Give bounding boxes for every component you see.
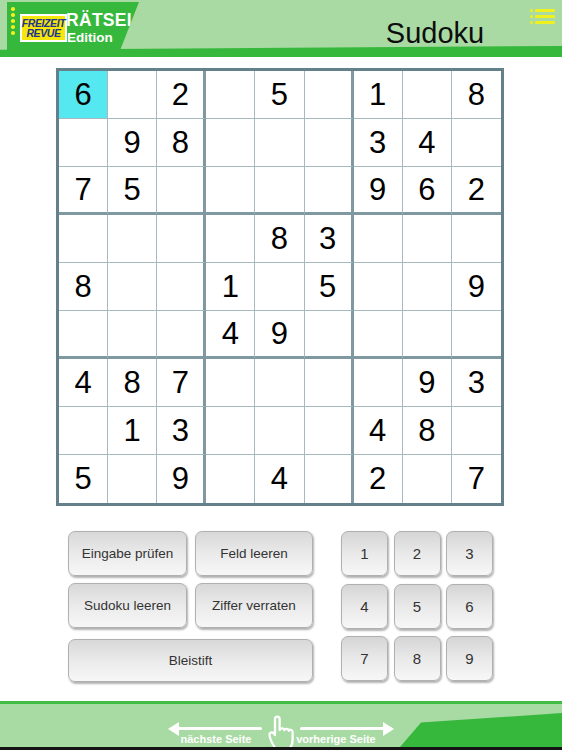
sudoku-board: 625189834759628381594948793134859427: [56, 68, 504, 506]
sudoku-cell-r3c3[interactable]: [157, 167, 206, 215]
sudoku-cell-r1c1[interactable]: 6: [59, 71, 108, 119]
check-input-button[interactable]: Eingabe prüfen: [68, 531, 187, 576]
pencil-button[interactable]: Bleistift: [68, 639, 313, 682]
sudoku-cell-r1c4[interactable]: [206, 71, 255, 119]
sudoku-cell-r8c5[interactable]: [255, 407, 304, 455]
sudoku-cell-r6c7[interactable]: [354, 311, 403, 359]
publisher-name-line2: REVUE: [26, 28, 60, 38]
sudoku-cell-r3c1[interactable]: 7: [59, 167, 108, 215]
sudoku-cell-r2c3[interactable]: 8: [157, 119, 206, 167]
page-title: Sudoku: [305, 17, 562, 50]
sudoku-cell-r4c6[interactable]: 3: [305, 215, 354, 263]
sudoku-cell-r7c3[interactable]: 7: [157, 359, 206, 407]
sudoku-cell-r5c9[interactable]: 9: [452, 263, 501, 311]
sudoku-cell-r5c1[interactable]: 8: [59, 263, 108, 311]
sudoku-cell-r1c5[interactable]: 5: [255, 71, 304, 119]
sudoku-cell-r1c7[interactable]: 1: [354, 71, 403, 119]
header-bar: FREIZEIT REVUE RÄTSEL Edition Sudoku: [0, 0, 562, 57]
sudoku-cell-r6c3[interactable]: [157, 311, 206, 359]
sudoku-cell-r2c7[interactable]: 3: [354, 119, 403, 167]
numpad-key-2[interactable]: 2: [394, 531, 441, 576]
sudoku-cell-r4c8[interactable]: [403, 215, 452, 263]
banner-dots-icon: [11, 7, 15, 35]
sudoku-cell-r8c1[interactable]: [59, 407, 108, 455]
sudoku-cell-r5c5[interactable]: [255, 263, 304, 311]
sudoku-cell-r4c4[interactable]: [206, 215, 255, 263]
sudoku-cell-r4c7[interactable]: [354, 215, 403, 263]
sudoku-cell-r9c1[interactable]: 5: [59, 455, 108, 503]
publisher-logo: FREIZEIT REVUE: [20, 14, 67, 42]
sudoku-cell-r2c6[interactable]: [305, 119, 354, 167]
prev-page-label[interactable]: vorherige Seite: [286, 733, 386, 745]
sudoku-cell-r3c4[interactable]: [206, 167, 255, 215]
sudoku-cell-r3c8[interactable]: 6: [403, 167, 452, 215]
numpad-key-1[interactable]: 1: [341, 531, 388, 576]
sudoku-cell-r3c9[interactable]: 2: [452, 167, 501, 215]
sudoku-cell-r4c3[interactable]: [157, 215, 206, 263]
sudoku-cell-r3c6[interactable]: [305, 167, 354, 215]
sudoku-cell-r6c8[interactable]: [403, 311, 452, 359]
sudoku-cell-r1c8[interactable]: [403, 71, 452, 119]
sudoku-cell-r7c8[interactable]: 9: [403, 359, 452, 407]
sudoku-cell-r5c3[interactable]: [157, 263, 206, 311]
hamburger-menu-icon[interactable]: [530, 9, 555, 24]
sudoku-cell-r7c4[interactable]: [206, 359, 255, 407]
sudoku-cell-r4c5[interactable]: 8: [255, 215, 304, 263]
sudoku-cell-r2c5[interactable]: [255, 119, 304, 167]
sudoku-cell-r7c9[interactable]: 3: [452, 359, 501, 407]
clear-sudoku-button[interactable]: Sudoku leeren: [68, 583, 187, 628]
sudoku-cell-r8c7[interactable]: 4: [354, 407, 403, 455]
sudoku-cell-r2c1[interactable]: [59, 119, 108, 167]
sudoku-cell-r8c4[interactable]: [206, 407, 255, 455]
numpad-key-5[interactable]: 5: [394, 584, 441, 629]
numpad-key-6[interactable]: 6: [446, 584, 493, 629]
sudoku-cell-r5c6[interactable]: 5: [305, 263, 354, 311]
sudoku-cell-r6c1[interactable]: [59, 311, 108, 359]
footer-accent-shape: [400, 713, 562, 747]
sudoku-cell-r9c8[interactable]: [403, 455, 452, 503]
numpad-key-3[interactable]: 3: [446, 531, 493, 576]
clear-cell-button[interactable]: Feld leeren: [195, 531, 313, 576]
numpad-key-4[interactable]: 4: [341, 584, 388, 629]
sudoku-cell-r1c9[interactable]: 8: [452, 71, 501, 119]
sudoku-cell-r5c8[interactable]: [403, 263, 452, 311]
number-pad: 123456789: [341, 531, 493, 681]
sudoku-cell-r7c2[interactable]: 8: [108, 359, 157, 407]
next-page-label[interactable]: nächste Seite: [166, 733, 266, 745]
sudoku-cell-r6c2[interactable]: [108, 311, 157, 359]
swipe-hand-icon: [262, 711, 300, 750]
right-arrow-icon[interactable]: [300, 727, 392, 730]
sudoku-cell-r7c1[interactable]: 4: [59, 359, 108, 407]
left-arrow-icon[interactable]: [170, 727, 262, 730]
sudoku-cell-r2c4[interactable]: [206, 119, 255, 167]
sudoku-cell-r4c2[interactable]: [108, 215, 157, 263]
sudoku-cell-r3c5[interactable]: [255, 167, 304, 215]
sudoku-cell-r6c5[interactable]: 9: [255, 311, 304, 359]
sudoku-cell-r9c9[interactable]: 7: [452, 455, 501, 503]
numpad-key-8[interactable]: 8: [394, 636, 441, 681]
brand-banner: FREIZEIT REVUE RÄTSEL Edition: [7, 2, 139, 56]
sudoku-cell-r9c4[interactable]: [206, 455, 255, 503]
sudoku-cell-r8c8[interactable]: 8: [403, 407, 452, 455]
sudoku-cell-r8c9[interactable]: [452, 407, 501, 455]
sudoku-cell-r2c2[interactable]: 9: [108, 119, 157, 167]
numpad-key-9[interactable]: 9: [446, 636, 493, 681]
sudoku-cell-r6c6[interactable]: [305, 311, 354, 359]
brand-title: RÄTSEL: [66, 10, 138, 31]
footer-bar: nächste Seite vorherige Seite: [0, 701, 562, 747]
sudoku-cell-r1c3[interactable]: 2: [157, 71, 206, 119]
sudoku-cell-r4c9[interactable]: [452, 215, 501, 263]
sudoku-cell-r7c5[interactable]: [255, 359, 304, 407]
sudoku-cell-r6c9[interactable]: [452, 311, 501, 359]
sudoku-cell-r9c6[interactable]: [305, 455, 354, 503]
sudoku-cell-r8c2[interactable]: 1: [108, 407, 157, 455]
sudoku-cell-r8c3[interactable]: 3: [157, 407, 206, 455]
sudoku-cell-r5c7[interactable]: [354, 263, 403, 311]
sudoku-cell-r7c7[interactable]: [354, 359, 403, 407]
sudoku-cell-r9c5[interactable]: 4: [255, 455, 304, 503]
brand-subtitle: Edition: [67, 30, 113, 45]
sudoku-cell-r1c2[interactable]: [108, 71, 157, 119]
sudoku-cell-r2c9[interactable]: [452, 119, 501, 167]
reveal-digit-button[interactable]: Ziffer verraten: [195, 583, 313, 628]
numpad-key-7[interactable]: 7: [341, 636, 388, 681]
sudoku-cell-r3c7[interactable]: 9: [354, 167, 403, 215]
sudoku-cell-r6c4[interactable]: 4: [206, 311, 255, 359]
sudoku-cell-r8c6[interactable]: [305, 407, 354, 455]
sudoku-cell-r9c2[interactable]: [108, 455, 157, 503]
sudoku-cell-r2c8[interactable]: 4: [403, 119, 452, 167]
sudoku-cell-r7c6[interactable]: [305, 359, 354, 407]
sudoku-cell-r1c6[interactable]: [305, 71, 354, 119]
sudoku-cell-r5c4[interactable]: 1: [206, 263, 255, 311]
sudoku-cell-r9c7[interactable]: 2: [354, 455, 403, 503]
sudoku-cell-r5c2[interactable]: [108, 263, 157, 311]
sudoku-cell-r3c2[interactable]: 5: [108, 167, 157, 215]
sudoku-cell-r9c3[interactable]: 9: [157, 455, 206, 503]
sudoku-cell-r4c1[interactable]: [59, 215, 108, 263]
